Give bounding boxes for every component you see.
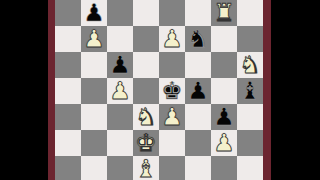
square-e7[interactable] — [159, 0, 185, 26]
square-e5[interactable] — [159, 52, 185, 78]
square-g4[interactable] — [211, 78, 237, 104]
square-d3[interactable]: ♞ — [133, 104, 159, 130]
black-pawn-piece: ♟ — [109, 52, 131, 78]
square-c2[interactable] — [107, 130, 133, 156]
square-f3[interactable] — [185, 104, 211, 130]
white-pawn-piece: ♟ — [83, 26, 105, 52]
square-e6[interactable]: ♟ — [159, 26, 185, 52]
white-pawn-piece: ♟ — [161, 104, 183, 130]
square-b6[interactable]: ♟ — [81, 26, 107, 52]
square-h7[interactable] — [237, 0, 263, 26]
square-c3[interactable] — [107, 104, 133, 130]
square-c6[interactable] — [107, 26, 133, 52]
square-d4[interactable] — [133, 78, 159, 104]
white-king-piece: ♚ — [135, 130, 157, 156]
black-pawn-piece: ♟ — [187, 78, 209, 104]
square-h2[interactable] — [237, 130, 263, 156]
square-g3[interactable]: ♟ — [211, 104, 237, 130]
square-g7[interactable]: ♜ — [211, 0, 237, 26]
white-pawn-piece: ♟ — [213, 130, 235, 156]
square-c4[interactable]: ♟ — [107, 78, 133, 104]
square-e1[interactable] — [159, 156, 185, 180]
white-pawn-piece: ♟ — [109, 78, 131, 104]
square-a3[interactable] — [55, 104, 81, 130]
square-h4[interactable]: ♝ — [237, 78, 263, 104]
square-f6[interactable]: ♞ — [185, 26, 211, 52]
square-g2[interactable]: ♟ — [211, 130, 237, 156]
square-h5[interactable]: ♞ — [237, 52, 263, 78]
square-f4[interactable]: ♟ — [185, 78, 211, 104]
square-g5[interactable] — [211, 52, 237, 78]
square-a4[interactable] — [55, 78, 81, 104]
square-b4[interactable] — [81, 78, 107, 104]
square-f7[interactable] — [185, 0, 211, 26]
square-b2[interactable] — [81, 130, 107, 156]
square-b3[interactable] — [81, 104, 107, 130]
square-f2[interactable] — [185, 130, 211, 156]
square-b1[interactable] — [81, 156, 107, 180]
square-c5[interactable]: ♟ — [107, 52, 133, 78]
square-f5[interactable] — [185, 52, 211, 78]
square-c7[interactable] — [107, 0, 133, 26]
square-g6[interactable] — [211, 26, 237, 52]
black-pawn-piece: ♟ — [213, 104, 235, 130]
black-bishop-piece: ♝ — [239, 78, 261, 104]
square-a6[interactable] — [55, 26, 81, 52]
square-d6[interactable] — [133, 26, 159, 52]
square-d2[interactable]: ♚ — [133, 130, 159, 156]
black-pawn-piece: ♟ — [83, 0, 105, 26]
square-d5[interactable] — [133, 52, 159, 78]
square-d1[interactable]: ♝ — [133, 156, 159, 180]
black-king-piece: ♚ — [161, 78, 183, 104]
square-e4[interactable]: ♚ — [159, 78, 185, 104]
white-bishop-piece: ♝ — [135, 156, 157, 180]
white-knight-piece: ♞ — [239, 52, 261, 78]
white-rook-piece: ♜ — [213, 0, 235, 26]
square-a5[interactable] — [55, 52, 81, 78]
square-a1[interactable] — [55, 156, 81, 180]
video-frame: ♟♜♟♟♞♟♞♟♚♟♝♞♟♟♚♟♝ — [0, 0, 320, 180]
square-b5[interactable] — [81, 52, 107, 78]
square-b7[interactable]: ♟ — [81, 0, 107, 26]
square-h1[interactable] — [237, 156, 263, 180]
square-e3[interactable]: ♟ — [159, 104, 185, 130]
black-knight-piece: ♞ — [187, 26, 209, 52]
square-a7[interactable] — [55, 0, 81, 26]
chess-board: ♟♜♟♟♞♟♞♟♚♟♝♞♟♟♚♟♝ — [55, 0, 263, 180]
square-h6[interactable] — [237, 26, 263, 52]
white-knight-piece: ♞ — [135, 104, 157, 130]
white-pawn-piece: ♟ — [161, 26, 183, 52]
square-d7[interactable] — [133, 0, 159, 26]
square-h3[interactable] — [237, 104, 263, 130]
square-f1[interactable] — [185, 156, 211, 180]
square-g1[interactable] — [211, 156, 237, 180]
square-c1[interactable] — [107, 156, 133, 180]
square-e2[interactable] — [159, 130, 185, 156]
square-a2[interactable] — [55, 130, 81, 156]
